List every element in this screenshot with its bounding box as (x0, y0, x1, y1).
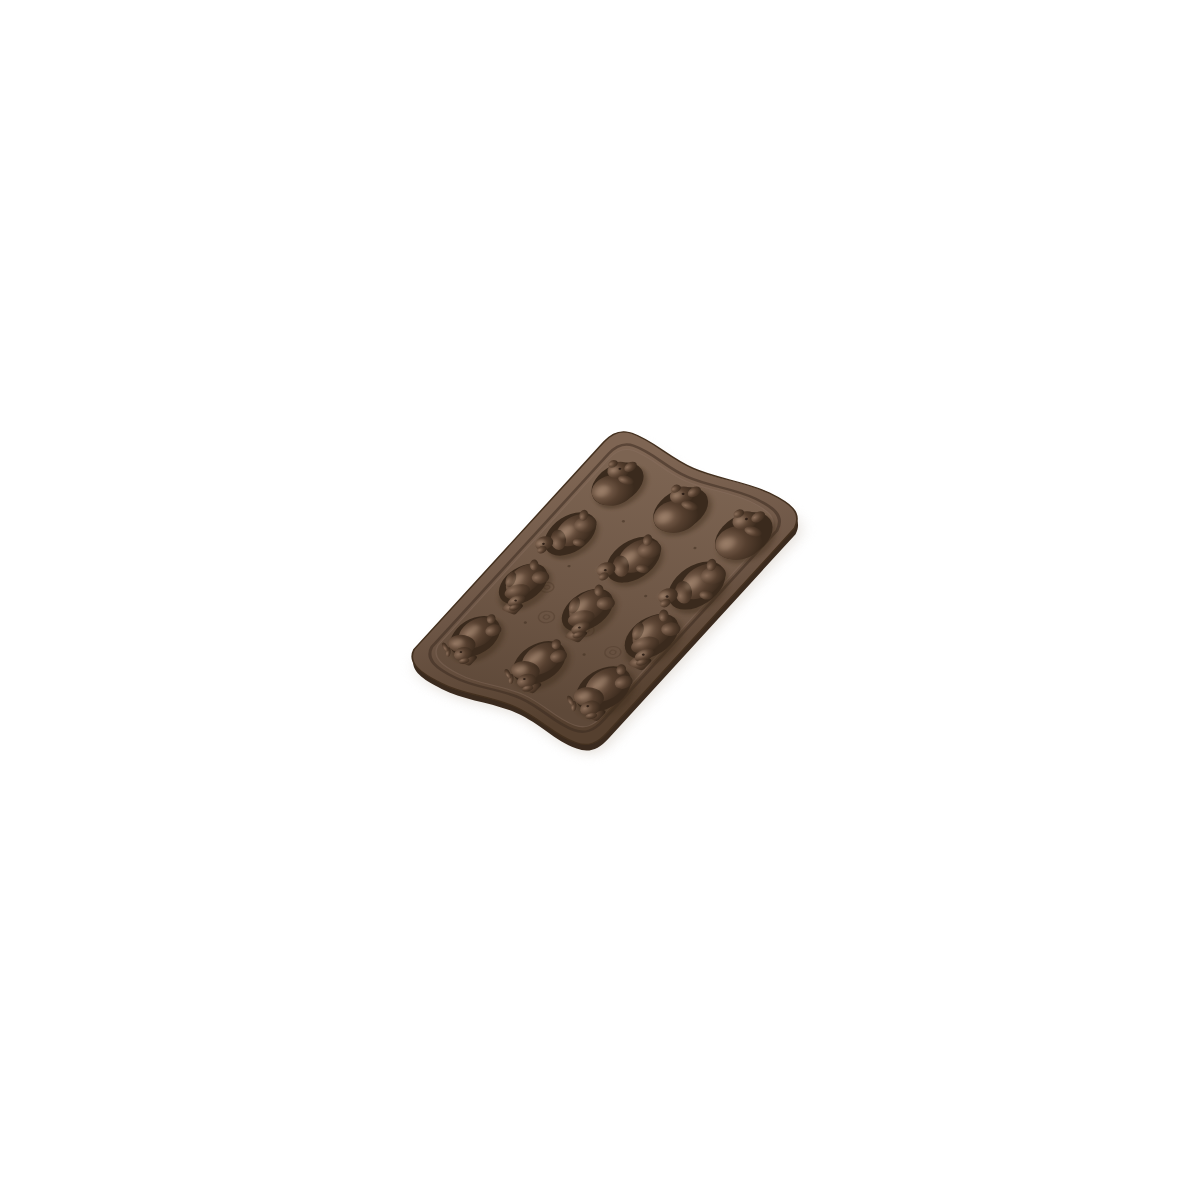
chocolate-mold-svg (0, 0, 1200, 1200)
chocolate-mold-photo (0, 0, 1200, 1200)
product-photo-canvas (0, 0, 1200, 1200)
